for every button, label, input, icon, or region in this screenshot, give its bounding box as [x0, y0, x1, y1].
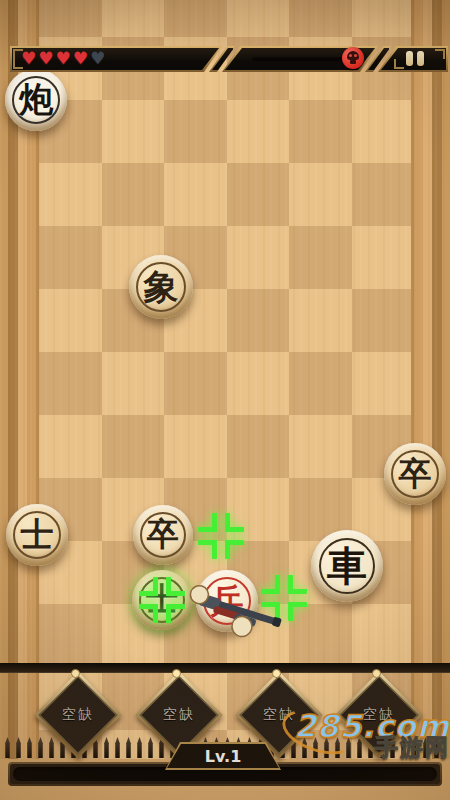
board-cell: [352, 289, 415, 352]
board-cell: [352, 100, 415, 163]
level-label: Lv.1: [167, 744, 279, 768]
heart-icon: ♥: [56, 50, 71, 67]
slot-stud-icon: [71, 669, 80, 678]
bullet-icon: [49, 737, 54, 758]
board-cell: [227, 100, 290, 163]
game-screen: 炮象卒士卒士兵車 ♥♥♥♥♥: [0, 0, 450, 800]
bullet-icon: [115, 737, 120, 758]
board-cell: [39, 226, 102, 289]
bullet-icon: [16, 737, 21, 758]
board-cell: [164, 0, 227, 37]
move-target-marker[interactable]: [198, 513, 244, 559]
heart-icon: ♥: [90, 50, 105, 67]
bullet-icon: [104, 737, 109, 758]
board-cell: [289, 226, 352, 289]
bullet-icon: [401, 737, 406, 758]
board-cell: [102, 0, 165, 37]
board-cell: [289, 163, 352, 226]
board-cell: [227, 352, 290, 415]
board-cell: [102, 352, 165, 415]
board-cell: [39, 163, 102, 226]
bullet-icon: [137, 737, 142, 758]
slot-stud-icon: [272, 669, 281, 678]
board-cell: [352, 226, 415, 289]
board-cell: [352, 352, 415, 415]
board-cell: [39, 604, 102, 667]
board-cell: [352, 163, 415, 226]
pause-button[interactable]: [378, 46, 448, 72]
board-wood-border-right: [411, 0, 450, 762]
piece-soldier-right[interactable]: 卒: [384, 443, 446, 505]
heart-icon: ♥: [21, 50, 36, 67]
board-cell: [102, 163, 165, 226]
slot-stud-icon: [372, 669, 381, 678]
pause-icon: [406, 51, 413, 66]
piece-elephant[interactable]: 象: [129, 255, 193, 319]
board-cell: [227, 226, 290, 289]
board-cell: [227, 0, 290, 37]
slot-stud-icon: [172, 669, 181, 678]
board-cell: [352, 0, 415, 37]
board-cell: [289, 0, 352, 37]
bullet-icon: [423, 737, 428, 758]
board-cell: [164, 163, 227, 226]
board-cell: [102, 100, 165, 163]
board-cell: [39, 415, 102, 478]
skull-icon: [342, 47, 364, 69]
bullet-icon: [148, 737, 153, 758]
board-cell: [102, 415, 165, 478]
bullet-icon: [5, 737, 10, 758]
bullet-icon: [302, 737, 307, 758]
board-cell: [227, 415, 290, 478]
piece-cannon[interactable]: 炮: [5, 69, 67, 131]
fret-ornament: [394, 59, 404, 69]
bullet-icon: [38, 737, 43, 758]
board-cell: [39, 352, 102, 415]
bullet-icon: [126, 737, 131, 758]
board-cell: [164, 415, 227, 478]
board-cell: [39, 289, 102, 352]
bottom-divider-bar: [0, 663, 450, 673]
fret-ornament: [435, 49, 445, 59]
bullet-icon: [324, 737, 329, 758]
board-cell: [289, 352, 352, 415]
bullet-icon: [335, 737, 340, 758]
level-badge: Lv.1: [165, 742, 281, 770]
board-cell: [289, 100, 352, 163]
piece-soldier-mid[interactable]: 卒: [133, 505, 193, 565]
bullet-icon: [412, 737, 417, 758]
board-cell: [164, 100, 227, 163]
bullet-icon: [313, 737, 318, 758]
heart-icon: ♥: [73, 50, 88, 67]
piece-advisor-left[interactable]: 士: [6, 504, 68, 566]
weapon-slot-label: 空缺: [263, 706, 295, 724]
heart-icon: ♥: [38, 50, 53, 67]
board-cell: [289, 415, 352, 478]
weapon-slot-label: 空缺: [163, 706, 195, 724]
board-cell: [227, 289, 290, 352]
piece-chariot[interactable]: 車: [311, 530, 383, 602]
board-cell: [289, 289, 352, 352]
lives-bar: ♥♥♥♥♥: [10, 46, 222, 72]
pause-icon: [417, 51, 424, 66]
progress-track: [252, 57, 352, 61]
board-cell: [227, 163, 290, 226]
weapon-slot-label: 空缺: [62, 706, 94, 724]
board-cell: [352, 604, 415, 667]
board: [39, 0, 414, 763]
boss-progress-bar: [222, 46, 378, 72]
bullet-icon: [346, 737, 351, 758]
move-target-marker[interactable]: [139, 577, 185, 623]
weapon-slot-label: 空缺: [363, 706, 395, 724]
bullet-icon: [434, 737, 439, 758]
board-cell: [39, 0, 102, 37]
board-cell: [164, 352, 227, 415]
bullet-icon: [27, 737, 32, 758]
